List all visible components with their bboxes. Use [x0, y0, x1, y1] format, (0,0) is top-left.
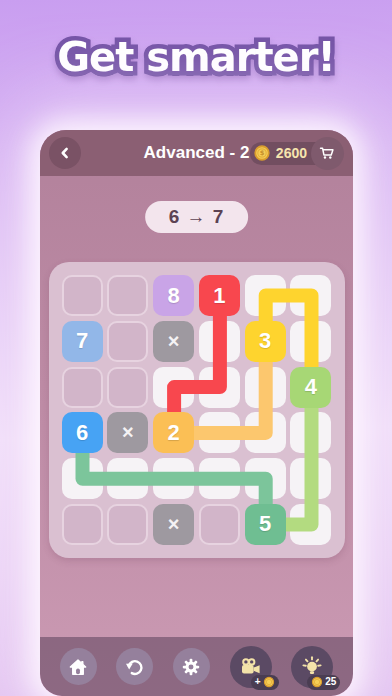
path-cell-r1c6[interactable] — [290, 275, 331, 316]
empty-cell-r6c2[interactable] — [107, 504, 148, 545]
home-icon — [67, 656, 89, 678]
video-reward-badge: + — [251, 675, 279, 690]
path-cell-r2c6[interactable] — [290, 321, 331, 362]
shop-button[interactable] — [311, 137, 344, 170]
page-title: Get smarter! Get smarter! — [0, 34, 392, 80]
home-button[interactable] — [60, 648, 97, 685]
chevron-left-icon — [56, 144, 74, 162]
puzzle-board[interactable]: 817×346×2×5 — [49, 262, 345, 558]
objective-pill: 6 → 7 — [145, 201, 249, 233]
hint-button[interactable]: 25 — [291, 646, 333, 688]
number-tile-1[interactable]: 1 — [199, 275, 240, 316]
number-tile-5[interactable]: 5 — [245, 504, 286, 545]
coin-icon — [263, 676, 275, 688]
empty-cell-r1c2[interactable] — [107, 275, 148, 316]
empty-cell-r6c4[interactable] — [199, 504, 240, 545]
badge-plus: + — [255, 677, 261, 687]
number-tile-8[interactable]: 8 — [153, 275, 194, 316]
number-tile-7[interactable]: 7 — [62, 321, 103, 362]
cart-icon — [318, 144, 337, 163]
number-tile-3[interactable]: 3 — [245, 321, 286, 362]
path-cell-r3c5[interactable] — [245, 367, 286, 408]
blocked-cell-r6c3: × — [153, 504, 194, 545]
coin-icon: $ — [253, 144, 271, 162]
path-cell-r4c4[interactable] — [199, 412, 240, 453]
back-button[interactable] — [49, 137, 81, 169]
number-tile-6[interactable]: 6 — [62, 412, 103, 453]
hint-count: 25 — [325, 677, 336, 687]
path-cell-r6c6[interactable] — [290, 504, 331, 545]
restart-icon — [124, 656, 146, 678]
path-cell-r5c4[interactable] — [199, 458, 240, 499]
empty-cell-r3c2[interactable] — [107, 367, 148, 408]
path-cell-r5c2[interactable] — [107, 458, 148, 499]
path-cell-r5c1[interactable] — [62, 458, 103, 499]
video-reward-button[interactable]: + — [230, 646, 272, 688]
path-cell-r5c3[interactable] — [153, 458, 194, 499]
path-cell-r2c4[interactable] — [199, 321, 240, 362]
header-right: $ 2600 — [250, 137, 344, 170]
path-cell-r5c6[interactable] — [290, 458, 331, 499]
empty-cell-r1c1[interactable] — [62, 275, 103, 316]
path-cell-r4c6[interactable] — [290, 412, 331, 453]
svg-text:$: $ — [259, 149, 264, 157]
blocked-cell-r2c3: × — [153, 321, 194, 362]
game-window: Advanced - 2 $ 2600 — [40, 130, 353, 696]
game-area: 6 → 7 817×346×2×5 — [40, 176, 353, 696]
path-cell-r3c3[interactable] — [153, 367, 194, 408]
path-cell-r1c5[interactable] — [245, 275, 286, 316]
empty-cell-r2c2[interactable] — [107, 321, 148, 362]
blocked-cell-r4c2: × — [107, 412, 148, 453]
path-cell-r5c5[interactable] — [245, 458, 286, 499]
path-cell-r4c5[interactable] — [245, 412, 286, 453]
header-bar: Advanced - 2 $ 2600 — [40, 130, 353, 176]
gear-icon — [180, 656, 202, 678]
number-tile-2[interactable]: 2 — [153, 412, 194, 453]
settings-button[interactable] — [173, 648, 210, 685]
number-tile-4[interactable]: 4 — [290, 367, 331, 408]
objective-text: 6 → 7 — [169, 206, 225, 227]
toolbar: + — [40, 637, 353, 696]
hint-badge: 25 — [307, 675, 340, 690]
coin-amount: 2600 — [276, 145, 307, 161]
empty-cell-r6c1[interactable] — [62, 504, 103, 545]
restart-button[interactable] — [116, 648, 153, 685]
page-title-text: Get smarter! — [57, 34, 334, 80]
coin-icon — [311, 676, 323, 688]
empty-cell-r3c1[interactable] — [62, 367, 103, 408]
app-screen: Get smarter! Get smarter! Advanced - 2 $… — [0, 0, 392, 696]
path-cell-r3c4[interactable] — [199, 367, 240, 408]
